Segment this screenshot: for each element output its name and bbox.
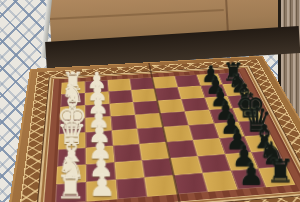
piece-white-rook: ♜: [56, 173, 85, 202]
square-b3: [114, 160, 145, 180]
square-a1: ♜: [55, 182, 86, 202]
square-e5: [160, 112, 188, 127]
piece-black-rook: ♜: [223, 62, 244, 83]
square-e8: ♚: [233, 107, 263, 122]
piece-black-bishop: ♝: [250, 122, 279, 151]
square-d8: ♛: [239, 120, 271, 136]
board-inner-band: ♜♟♟♜♞♟♟♞♝♟♟♝♚♟♟♚♛♟♟♛♝♟♟♝♞♟♟♞♜♟♟♜: [42, 68, 300, 202]
square-e1: ♚: [59, 118, 85, 134]
box-crease: [50, 9, 223, 20]
square-f1: ♝: [60, 105, 85, 120]
square-d6: [188, 124, 218, 140]
square-b7: ♟: [224, 152, 258, 171]
square-c8: ♝: [245, 134, 278, 151]
square-e3: [110, 115, 137, 131]
square-g3: [108, 90, 133, 104]
square-b8: ♞: [251, 150, 286, 169]
square-a3: [115, 178, 147, 200]
square-e4: [135, 113, 163, 129]
board-inlay-line-band: ♜♟♟♜♞♟♟♞♝♟♟♝♚♟♟♚♛♟♟♛♝♟♟♝♞♟♟♞♜♟♟♜: [35, 65, 300, 202]
piece-white-rook: ♜: [62, 71, 84, 93]
square-d5: [163, 125, 193, 142]
piece-white-knight: ♞: [57, 154, 86, 183]
photo-scene: ♜♟♟♜♞♟♟♞♝♟♟♝♚♟♟♚♛♟♟♛♝♟♟♝♞♟♟♞♜♟♟♜: [0, 0, 300, 202]
square-c2: ♟: [85, 146, 114, 164]
square-d2: ♟: [85, 131, 112, 148]
chessboard: ♜♟♟♜♞♟♟♞♝♟♟♝♚♟♟♚♛♟♟♛♝♟♟♝♞♟♟♞♜♟♟♜: [3, 56, 300, 202]
square-b1: ♞: [56, 164, 86, 184]
board-inlay-diamond-band: ♜♟♟♜♞♟♟♞♝♟♟♝♚♟♟♚♛♟♟♛♝♟♟♝♞♟♟♞♜♟♟♜: [16, 59, 300, 202]
square-g2: ♟: [85, 91, 109, 105]
square-a7: ♟: [231, 169, 267, 190]
square-a2: ♟: [86, 180, 117, 202]
piece-black-knight: ♞: [258, 139, 286, 167]
piece-white-pawn: ♟: [86, 71, 106, 91]
square-g1: ♞: [60, 93, 85, 107]
square-h5: [152, 76, 177, 88]
